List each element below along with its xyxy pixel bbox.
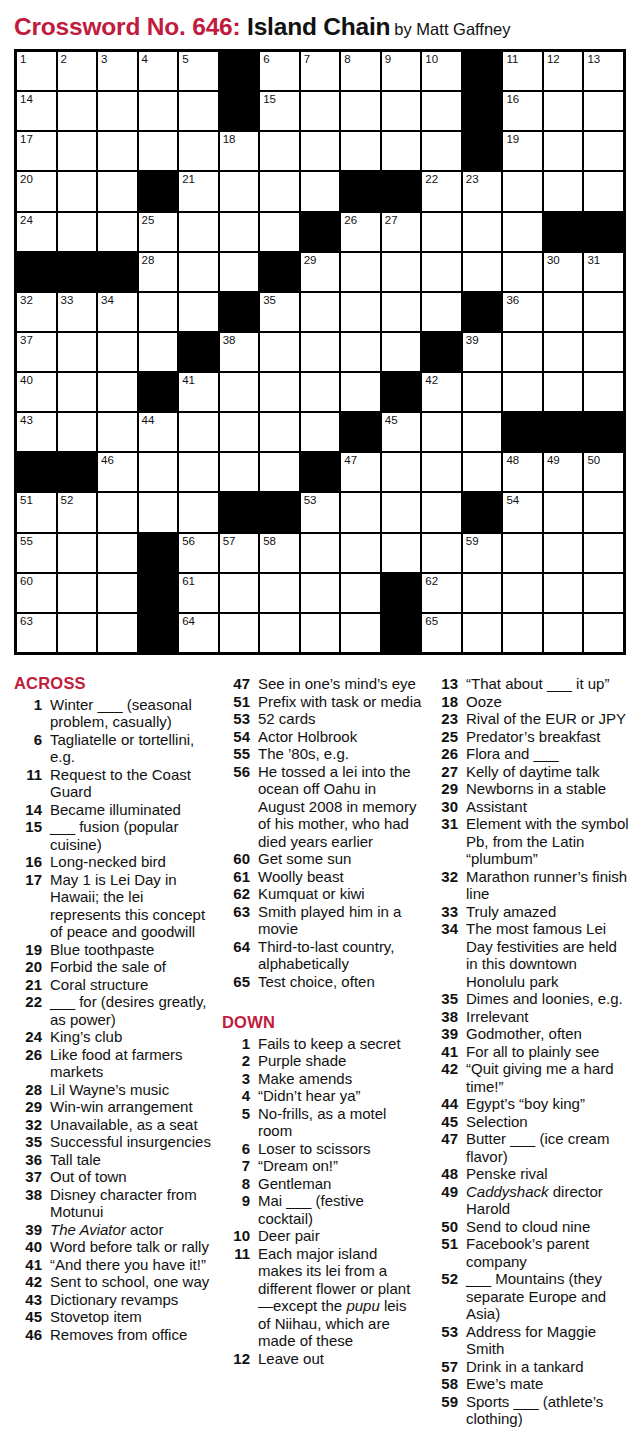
grid-cell[interactable] — [138, 332, 179, 372]
clue-down-39: 39Godmother, often — [430, 1025, 630, 1043]
grid-cell[interactable] — [57, 573, 98, 613]
grid-cell[interactable] — [340, 292, 381, 332]
grid-cell[interactable] — [259, 452, 300, 492]
grid-cell[interactable] — [462, 573, 503, 613]
grid-cell[interactable] — [421, 412, 462, 452]
grid-cell[interactable] — [138, 131, 179, 171]
grid-cell[interactable] — [138, 91, 179, 131]
grid-cell[interactable] — [583, 533, 624, 573]
grid-cell[interactable]: 14 — [16, 91, 57, 131]
grid-cell[interactable]: 47 — [340, 452, 381, 492]
clue-across-65: 65Test choice, often — [222, 973, 422, 991]
clue-across-60: 60Get some sun — [222, 850, 422, 868]
grid-cell[interactable] — [583, 332, 624, 372]
clue-down-51: 51Facebook’s parent company — [430, 1235, 630, 1270]
clue-text: Send to cloud nine — [466, 1218, 630, 1236]
clue-down-59: 59Sports ___ (athlete’s clothing) — [430, 1393, 630, 1428]
clue-number: 60 — [222, 850, 250, 868]
grid-cell[interactable] — [502, 212, 543, 252]
grid-cell[interactable] — [259, 573, 300, 613]
clue-across-63: 63Smith played him in a movie — [222, 903, 422, 938]
clue-text: Get some sun — [258, 850, 422, 868]
clue-text: Winter ___ (seasonal problem, casually) — [50, 696, 214, 731]
grid-cell[interactable]: 39 — [462, 332, 503, 372]
grid-cell[interactable] — [219, 252, 260, 292]
grid-cell[interactable] — [219, 212, 260, 252]
grid-cell[interactable] — [138, 492, 179, 532]
clue-text: Word before talk or rally — [50, 1238, 214, 1256]
cell-number: 28 — [142, 255, 155, 267]
grid-cell[interactable]: 20 — [16, 171, 57, 211]
grid-cell[interactable] — [583, 171, 624, 211]
grid-cell[interactable] — [543, 332, 584, 372]
clue-text: Irrelevant — [466, 1008, 630, 1026]
grid-cell[interactable] — [583, 372, 624, 412]
clue-number: 47 — [430, 1130, 458, 1165]
grid-cell[interactable] — [381, 292, 422, 332]
clue-number: 18 — [430, 693, 458, 711]
grid-cell[interactable]: 34 — [97, 292, 138, 332]
grid-cell[interactable]: 50 — [583, 452, 624, 492]
grid-cell[interactable]: 40 — [16, 372, 57, 412]
clue-text: Ewe’s mate — [466, 1375, 630, 1393]
clue-text: King’s club — [50, 1028, 214, 1046]
grid-cell[interactable] — [543, 131, 584, 171]
grid-cell[interactable] — [57, 131, 98, 171]
grid-cell[interactable]: 18 — [219, 131, 260, 171]
clue-down-2: 2Purple shade — [222, 1052, 422, 1070]
clue-text: Actor Holbrook — [258, 728, 422, 746]
cell-number: 43 — [20, 415, 33, 427]
crossword-grid[interactable]: 1234567891011121314151617181920212223242… — [14, 49, 626, 655]
cell-number: 61 — [182, 576, 195, 588]
clue-text: Fails to keep a secret — [258, 1035, 422, 1053]
grid-cell[interactable]: 56 — [178, 533, 219, 573]
grid-cell[interactable] — [300, 533, 341, 573]
grid-cell[interactable]: 60 — [16, 573, 57, 613]
clue-across-32: 32Unavailable, as a seat — [14, 1116, 214, 1134]
grid-cell[interactable] — [57, 412, 98, 452]
clue-number: 26 — [14, 1046, 42, 1081]
grid-cell[interactable] — [381, 252, 422, 292]
clue-number: 27 — [430, 763, 458, 781]
grid-cell[interactable] — [300, 91, 341, 131]
cell-number: 8 — [344, 54, 350, 66]
grid-cell[interactable] — [178, 292, 219, 332]
grid-cell[interactable]: 13 — [583, 51, 624, 91]
grid-cell[interactable] — [502, 252, 543, 292]
grid-cell[interactable]: 64 — [178, 613, 219, 653]
grid-cell[interactable]: 9 — [381, 51, 422, 91]
clue-down-49: 49Caddyshack director Harold — [430, 1183, 630, 1218]
grid-cell[interactable] — [421, 492, 462, 532]
grid-cell[interactable] — [259, 212, 300, 252]
clue-text: Unavailable, as a seat — [50, 1116, 214, 1134]
grid-cell[interactable] — [178, 452, 219, 492]
grid-cell[interactable]: 26 — [340, 212, 381, 252]
grid-cell[interactable] — [57, 212, 98, 252]
grid-cell[interactable] — [300, 171, 341, 211]
cell-number: 37 — [20, 335, 33, 347]
clue-text: Deer pair — [258, 1227, 422, 1245]
grid-cell[interactable]: 42 — [421, 372, 462, 412]
grid-cell[interactable] — [300, 573, 341, 613]
grid-cell[interactable]: 38 — [219, 332, 260, 372]
clue-number: 48 — [430, 1165, 458, 1183]
grid-cell[interactable] — [421, 533, 462, 573]
grid-cell[interactable] — [57, 533, 98, 573]
grid-cell[interactable] — [340, 573, 381, 613]
clue-across-16: 16Long-necked bird — [14, 853, 214, 871]
grid-cell[interactable]: 8 — [340, 51, 381, 91]
clue-text: “That about ___ it up” — [466, 675, 630, 693]
grid-cell[interactable] — [57, 91, 98, 131]
page-title: Crossword No. 646: Island Chainby Matt G… — [14, 13, 630, 41]
grid-cell[interactable]: 46 — [97, 452, 138, 492]
clue-text: Loser to scissors — [258, 1140, 422, 1158]
grid-cell[interactable] — [178, 131, 219, 171]
grid-cell[interactable] — [259, 372, 300, 412]
grid-cell[interactable] — [340, 131, 381, 171]
grid-cell[interactable] — [583, 131, 624, 171]
grid-cell[interactable] — [300, 292, 341, 332]
grid-cell[interactable] — [583, 573, 624, 613]
grid-cell[interactable] — [300, 131, 341, 171]
clue-text: He tossed a lei into the ocean off Oahu … — [258, 763, 422, 851]
grid-cell[interactable] — [583, 91, 624, 131]
grid-cell[interactable]: 57 — [219, 533, 260, 573]
grid-cell[interactable]: 45 — [381, 412, 422, 452]
grid-cell[interactable] — [300, 372, 341, 412]
clue-column-2: 47See in one’s mind’s eye51Prefix with t… — [222, 675, 422, 1367]
grid-cell[interactable]: 2 — [57, 51, 98, 91]
grid-cell[interactable]: 11 — [502, 51, 543, 91]
grid-cell[interactable]: 23 — [462, 171, 503, 211]
grid-cell[interactable] — [57, 613, 98, 653]
grid-cell[interactable] — [97, 412, 138, 452]
clue-text: Out of town — [50, 1168, 214, 1186]
grid-cell[interactable] — [340, 91, 381, 131]
grid-cell[interactable]: 12 — [543, 51, 584, 91]
clue-down-8: 8Gentleman — [222, 1175, 422, 1193]
grid-cell[interactable] — [219, 372, 260, 412]
clue-text: The Aviator actor — [50, 1221, 214, 1239]
clue-across-17: 17May 1 is Lei Day in Hawaii; the lei re… — [14, 871, 214, 941]
cell-number: 26 — [344, 215, 357, 227]
grid-cell[interactable] — [543, 573, 584, 613]
grid-cell[interactable]: 15 — [259, 91, 300, 131]
grid-cell[interactable] — [381, 91, 422, 131]
clue-number: 4 — [222, 1087, 250, 1105]
clue-text: Rival of the EUR or JPY — [466, 710, 630, 728]
grid-cell[interactable] — [381, 492, 422, 532]
grid-cell[interactable] — [97, 212, 138, 252]
clue-number: 9 — [222, 1192, 250, 1227]
grid-cell[interactable]: 52 — [57, 492, 98, 532]
grid-cell[interactable]: 19 — [502, 131, 543, 171]
clue-down-13: 13“That about ___ it up” — [430, 675, 630, 693]
grid-cell[interactable] — [219, 412, 260, 452]
clue-number: 64 — [222, 938, 250, 973]
clue-text: Forbid the sale of — [50, 958, 214, 976]
grid-cell[interactable] — [543, 613, 584, 653]
grid-cell-black — [138, 573, 179, 613]
grid-cell[interactable]: 16 — [502, 91, 543, 131]
grid-cell[interactable]: 53 — [300, 492, 341, 532]
grid-cell[interactable]: 59 — [462, 533, 503, 573]
clue-number: 53 — [430, 1323, 458, 1358]
clue-text: No-frills, as a motel room — [258, 1105, 422, 1140]
grid-cell-black — [462, 91, 503, 131]
cell-number: 7 — [304, 54, 310, 66]
grid-cell-black — [300, 212, 341, 252]
cell-number: 59 — [466, 536, 479, 548]
clue-text: Purple shade — [258, 1052, 422, 1070]
grid-cell[interactable]: 24 — [16, 212, 57, 252]
grid-cell[interactable] — [340, 332, 381, 372]
grid-cell[interactable] — [502, 332, 543, 372]
clue-text: Ooze — [466, 693, 630, 711]
clue-text: Successful insurgencies — [50, 1133, 214, 1151]
grid-cell[interactable] — [178, 252, 219, 292]
grid-cell[interactable] — [259, 332, 300, 372]
clue-across-61: 61Woolly beast — [222, 868, 422, 886]
clue-number: 32 — [14, 1116, 42, 1134]
grid-cell[interactable] — [57, 372, 98, 412]
grid-cell[interactable]: 3 — [97, 51, 138, 91]
clues-section: ACROSS1Winter ___ (seasonal problem, cas… — [14, 675, 630, 1428]
grid-cell[interactable] — [300, 332, 341, 372]
grid-cell[interactable] — [259, 613, 300, 653]
grid-cell[interactable] — [259, 412, 300, 452]
grid-cell[interactable]: 30 — [543, 252, 584, 292]
cell-number: 6 — [263, 54, 269, 66]
grid-cell[interactable]: 54 — [502, 492, 543, 532]
cell-number: 27 — [385, 215, 398, 227]
grid-cell-black — [381, 573, 422, 613]
grid-cell[interactable] — [502, 171, 543, 211]
grid-cell[interactable]: 10 — [421, 51, 462, 91]
clue-text: Leave out — [258, 1350, 422, 1368]
grid-cell[interactable] — [219, 573, 260, 613]
clue-down-35: 35Dimes and loonies, e.g. — [430, 990, 630, 1008]
grid-cell[interactable] — [97, 492, 138, 532]
grid-cell[interactable] — [421, 292, 462, 332]
grid-cell[interactable] — [381, 533, 422, 573]
grid-cell[interactable] — [340, 252, 381, 292]
grid-cell[interactable] — [502, 573, 543, 613]
cell-number: 20 — [20, 174, 33, 186]
cell-number: 39 — [466, 335, 479, 347]
cell-number: 1 — [20, 54, 26, 66]
cell-number: 52 — [61, 495, 74, 507]
grid-cell[interactable] — [421, 212, 462, 252]
grid-cell[interactable]: 32 — [16, 292, 57, 332]
cell-number: 51 — [20, 495, 33, 507]
grid-cell[interactable]: 41 — [178, 372, 219, 412]
grid-cell[interactable] — [219, 171, 260, 211]
clue-down-42: 42“Quit giving me a hard time!” — [430, 1060, 630, 1095]
grid-cell[interactable] — [583, 292, 624, 332]
clue-number: 17 — [14, 871, 42, 941]
grid-cell[interactable] — [421, 131, 462, 171]
grid-cell[interactable]: 51 — [16, 492, 57, 532]
clue-column-1: ACROSS1Winter ___ (seasonal problem, cas… — [14, 675, 214, 1343]
grid-cell[interactable] — [421, 252, 462, 292]
grid-cell[interactable]: 27 — [381, 212, 422, 252]
grid-cell[interactable] — [462, 613, 503, 653]
grid-cell[interactable]: 17 — [16, 131, 57, 171]
grid-cell-black — [462, 131, 503, 171]
grid-cell[interactable] — [340, 492, 381, 532]
grid-cell[interactable] — [340, 372, 381, 412]
grid-cell[interactable] — [462, 212, 503, 252]
clue-number: 37 — [14, 1168, 42, 1186]
cell-number: 29 — [304, 255, 317, 267]
grid-cell[interactable]: 21 — [178, 171, 219, 211]
grid-cell[interactable]: 22 — [421, 171, 462, 211]
grid-cell[interactable]: 35 — [259, 292, 300, 332]
clue-number: 54 — [222, 728, 250, 746]
cell-number: 16 — [506, 94, 519, 106]
grid-cell[interactable]: 25 — [138, 212, 179, 252]
grid-cell-black — [502, 412, 543, 452]
clue-text: Request to the Coast Guard — [50, 766, 214, 801]
grid-cell[interactable] — [259, 171, 300, 211]
grid-cell[interactable]: 65 — [421, 613, 462, 653]
grid-cell[interactable] — [462, 372, 503, 412]
grid-cell[interactable] — [381, 452, 422, 492]
clue-number: 39 — [430, 1025, 458, 1043]
grid-cell[interactable]: 48 — [502, 452, 543, 492]
clue-text: “Dream on!” — [258, 1157, 422, 1175]
grid-cell[interactable] — [502, 533, 543, 573]
grid-cell[interactable]: 28 — [138, 252, 179, 292]
clue-number: 63 — [222, 903, 250, 938]
grid-cell[interactable] — [97, 332, 138, 372]
grid-cell[interactable] — [97, 131, 138, 171]
clue-across-40: 40Word before talk or rally — [14, 1238, 214, 1256]
grid-cell[interactable] — [97, 573, 138, 613]
clue-text: Tagliatelle or tortellini, e.g. — [50, 731, 214, 766]
grid-cell[interactable] — [97, 91, 138, 131]
grid-cell[interactable]: 4 — [138, 51, 179, 91]
grid-cell-black — [340, 171, 381, 211]
grid-cell[interactable]: 62 — [421, 573, 462, 613]
grid-cell[interactable] — [583, 492, 624, 532]
grid-cell[interactable]: 37 — [16, 332, 57, 372]
grid-cell[interactable] — [543, 171, 584, 211]
grid-cell[interactable]: 44 — [138, 412, 179, 452]
grid-cell[interactable] — [462, 452, 503, 492]
grid-cell[interactable] — [462, 252, 503, 292]
grid-cell[interactable]: 31 — [583, 252, 624, 292]
grid-cell[interactable]: 7 — [300, 51, 341, 91]
clue-number: 28 — [14, 1081, 42, 1099]
grid-cell[interactable] — [97, 533, 138, 573]
grid-cell[interactable] — [340, 613, 381, 653]
grid-cell[interactable]: 5 — [178, 51, 219, 91]
grid-cell[interactable] — [543, 372, 584, 412]
grid-cell[interactable] — [178, 412, 219, 452]
grid-cell[interactable] — [57, 332, 98, 372]
grid-cell[interactable] — [421, 452, 462, 492]
clue-down-9: 9Mai ___ (festive cocktail) — [222, 1192, 422, 1227]
cell-number: 46 — [101, 455, 114, 467]
clue-across-64: 64Third-to-last country, alphabetically — [222, 938, 422, 973]
grid-cell[interactable] — [138, 452, 179, 492]
grid-cell[interactable]: 63 — [16, 613, 57, 653]
clue-text: Egypt’s “boy king” — [466, 1095, 630, 1113]
clue-text: Facebook’s parent company — [466, 1235, 630, 1270]
grid-cell[interactable] — [462, 412, 503, 452]
clue-number: 42 — [430, 1060, 458, 1095]
grid-cell[interactable] — [543, 292, 584, 332]
grid-cell[interactable] — [178, 91, 219, 131]
grid-cell[interactable] — [300, 613, 341, 653]
clue-number: 5 — [222, 1105, 250, 1140]
clue-text: Long-necked bird — [50, 853, 214, 871]
grid-cell[interactable] — [543, 91, 584, 131]
grid-cell[interactable] — [502, 372, 543, 412]
clue-text: Butter ___ (ice cream flavor) — [466, 1130, 630, 1165]
grid-cell[interactable]: 29 — [300, 252, 341, 292]
clue-text: 52 cards — [258, 710, 422, 728]
grid-cell[interactable] — [178, 492, 219, 532]
grid-cell[interactable] — [340, 533, 381, 573]
grid-cell[interactable]: 58 — [259, 533, 300, 573]
grid-cell[interactable] — [138, 292, 179, 332]
clue-number: 20 — [14, 958, 42, 976]
grid-cell[interactable] — [543, 533, 584, 573]
grid-cell[interactable] — [381, 131, 422, 171]
grid-cell[interactable]: 55 — [16, 533, 57, 573]
clue-across-24: 24King’s club — [14, 1028, 214, 1046]
grid-cell[interactable] — [219, 613, 260, 653]
grid-cell-black — [381, 372, 422, 412]
clue-number: 62 — [222, 885, 250, 903]
grid-cell[interactable]: 36 — [502, 292, 543, 332]
grid-cell[interactable] — [543, 492, 584, 532]
grid-cell[interactable] — [219, 452, 260, 492]
grid-cell[interactable] — [381, 332, 422, 372]
clue-across-28: 28Lil Wayne’s music — [14, 1081, 214, 1099]
grid-cell[interactable] — [300, 412, 341, 452]
grid-cell[interactable]: 61 — [178, 573, 219, 613]
grid-cell[interactable] — [57, 171, 98, 211]
grid-cell[interactable] — [421, 91, 462, 131]
grid-cell[interactable] — [502, 613, 543, 653]
clue-number: 61 — [222, 868, 250, 886]
grid-cell[interactable] — [97, 613, 138, 653]
grid-cell[interactable] — [97, 372, 138, 412]
clue-number: 26 — [430, 745, 458, 763]
grid-cell[interactable]: 49 — [543, 452, 584, 492]
grid-cell[interactable]: 33 — [57, 292, 98, 332]
grid-cell[interactable]: 6 — [259, 51, 300, 91]
grid-cell[interactable]: 1 — [16, 51, 57, 91]
grid-cell[interactable] — [583, 613, 624, 653]
grid-cell[interactable] — [259, 131, 300, 171]
grid-cell[interactable]: 43 — [16, 412, 57, 452]
clue-number: 55 — [222, 745, 250, 763]
grid-cell[interactable] — [97, 171, 138, 211]
clue-down-52: 52___ Mountains (they separate Europe an… — [430, 1270, 630, 1323]
clue-down-23: 23Rival of the EUR or JPY — [430, 710, 630, 728]
grid-cell-black — [259, 492, 300, 532]
grid-cell[interactable] — [178, 212, 219, 252]
grid-cell-black — [138, 372, 179, 412]
